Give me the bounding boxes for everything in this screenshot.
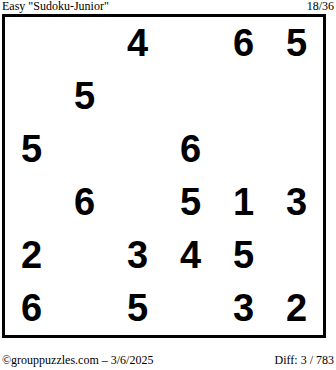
cell-r3c6[interactable] — [270, 123, 323, 177]
cell-r1c4[interactable] — [164, 17, 218, 71]
page-header: Easy "Sudoku-Junior" 18/36 — [2, 0, 334, 13]
cell-r4c6: 3 — [270, 176, 323, 232]
cell-r3c4: 6 — [164, 123, 218, 177]
cell-r5c2[interactable] — [58, 229, 112, 283]
cell-r6c5: 3 — [217, 282, 271, 335]
cell-r5c1: 2 — [5, 229, 59, 283]
cell-r4c1[interactable] — [5, 176, 59, 232]
cell-r2c6[interactable] — [270, 70, 323, 126]
cell-r4c3[interactable] — [111, 176, 167, 232]
cell-r2c1[interactable] — [5, 70, 59, 126]
cell-r4c5: 1 — [217, 176, 271, 232]
cell-r1c5: 6 — [217, 17, 271, 71]
cell-r1c3: 4 — [111, 17, 167, 71]
difficulty-text: Diff: 3 / 783 — [275, 353, 334, 367]
puzzle-title: Easy "Sudoku-Junior" — [2, 0, 109, 13]
cell-r3c1: 5 — [5, 123, 59, 177]
givens-counter: 18/36 — [307, 0, 334, 13]
cell-r6c4[interactable] — [164, 282, 218, 335]
cell-r5c4: 4 — [164, 229, 218, 283]
cell-r6c6: 2 — [270, 282, 323, 335]
cell-r3c2[interactable] — [58, 123, 112, 177]
sudoku-board: 4 6 5 5 5 6 6 5 1 3 2 3 4 5 6 5 3 2 — [2, 14, 326, 338]
cell-r5c3: 3 — [111, 229, 167, 283]
cell-r2c5[interactable] — [217, 70, 271, 126]
cell-r4c2: 6 — [58, 176, 112, 232]
cell-r6c1: 6 — [5, 282, 59, 335]
cell-r3c5[interactable] — [217, 123, 271, 177]
cell-r1c6: 5 — [270, 17, 323, 71]
cell-r1c2[interactable] — [58, 17, 112, 71]
cell-r6c2[interactable] — [58, 282, 112, 335]
cell-r2c4[interactable] — [164, 70, 218, 126]
cell-r6c3: 5 — [111, 282, 167, 335]
page-footer: ©grouppuzzles.com – 3/6/2025 Diff: 3 / 7… — [2, 353, 334, 369]
cell-r2c3[interactable] — [111, 70, 167, 126]
cell-r5c6[interactable] — [270, 229, 323, 283]
cell-r5c5: 5 — [217, 229, 271, 283]
cell-r2c2: 5 — [58, 70, 112, 126]
cell-r3c3[interactable] — [111, 123, 167, 177]
copyright-text: ©grouppuzzles.com – 3/6/2025 — [2, 353, 153, 367]
cell-r1c1[interactable] — [5, 17, 59, 71]
cell-r4c4: 5 — [164, 176, 218, 232]
